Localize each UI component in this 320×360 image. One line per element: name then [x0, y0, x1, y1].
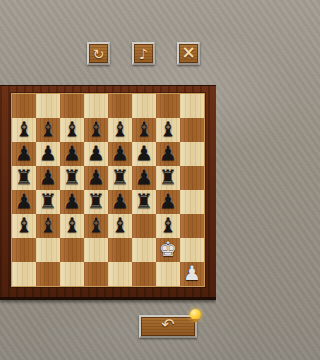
square-b3[interactable]: ♝	[36, 214, 60, 238]
square-c1[interactable]	[60, 262, 84, 286]
black-pawn[interactable]: ♟	[84, 165, 108, 189]
black-pawn[interactable]: ♟	[60, 141, 84, 165]
black-bishop[interactable]: ♝	[84, 117, 108, 141]
square-g1[interactable]	[156, 262, 180, 286]
black-pawn[interactable]: ♟	[60, 189, 84, 213]
close-button[interactable]: ×	[177, 42, 200, 65]
square-d2[interactable]	[84, 238, 108, 262]
square-f2[interactable]	[132, 238, 156, 262]
black-rook[interactable]: ♜	[84, 189, 108, 213]
square-h7[interactable]	[180, 118, 204, 142]
square-a8[interactable]	[12, 94, 36, 118]
black-pawn[interactable]: ♟	[36, 141, 60, 165]
square-d3[interactable]: ♝	[84, 214, 108, 238]
black-rook[interactable]: ♜	[132, 189, 156, 213]
black-pawn[interactable]: ♟	[12, 141, 36, 165]
black-pawn[interactable]: ♟	[108, 189, 132, 213]
square-c7[interactable]: ♝	[60, 118, 84, 142]
square-e4[interactable]: ♟	[108, 190, 132, 214]
undo-button[interactable]: ↶	[139, 315, 197, 338]
square-c3[interactable]: ♝	[60, 214, 84, 238]
black-bishop[interactable]: ♝	[36, 213, 60, 237]
square-e3[interactable]: ♝	[108, 214, 132, 238]
square-a7[interactable]: ♝	[12, 118, 36, 142]
square-h6[interactable]	[180, 142, 204, 166]
square-f7[interactable]: ♝	[132, 118, 156, 142]
black-pawn[interactable]: ♟	[12, 189, 36, 213]
black-bishop[interactable]: ♝	[12, 213, 36, 237]
square-d8[interactable]	[84, 94, 108, 118]
black-bishop[interactable]: ♝	[108, 117, 132, 141]
black-pawn[interactable]: ♟	[132, 141, 156, 165]
black-bishop[interactable]: ♝	[156, 117, 180, 141]
square-g7[interactable]: ♝	[156, 118, 180, 142]
black-pawn[interactable]: ♟	[156, 141, 180, 165]
black-bishop[interactable]: ♝	[132, 117, 156, 141]
undo-arrow-icon: ↶	[161, 317, 174, 333]
black-bishop[interactable]: ♝	[156, 213, 180, 237]
black-pawn[interactable]: ♟	[156, 189, 180, 213]
black-rook[interactable]: ♜	[36, 189, 60, 213]
square-g2[interactable]: ♚	[156, 238, 180, 262]
square-c8[interactable]	[60, 94, 84, 118]
square-c6[interactable]: ♟	[60, 142, 84, 166]
square-e1[interactable]	[108, 262, 132, 286]
music-note-icon: ♪	[139, 47, 148, 61]
black-pawn[interactable]: ♟	[84, 141, 108, 165]
black-bishop[interactable]: ♝	[12, 117, 36, 141]
square-g4[interactable]: ♟	[156, 190, 180, 214]
square-g8[interactable]	[156, 94, 180, 118]
square-g3[interactable]: ♝	[156, 214, 180, 238]
square-d4[interactable]: ♜	[84, 190, 108, 214]
square-e2[interactable]	[108, 238, 132, 262]
restart-icon: ↻	[93, 47, 105, 61]
black-rook[interactable]: ♜	[108, 165, 132, 189]
black-bishop[interactable]: ♝	[84, 213, 108, 237]
square-h5[interactable]	[180, 166, 204, 190]
square-a2[interactable]	[12, 238, 36, 262]
square-b8[interactable]	[36, 94, 60, 118]
black-pawn[interactable]: ♟	[36, 165, 60, 189]
square-e8[interactable]	[108, 94, 132, 118]
square-g6[interactable]: ♟	[156, 142, 180, 166]
music-toggle-button[interactable]: ♪	[132, 42, 155, 65]
square-b2[interactable]	[36, 238, 60, 262]
square-a4[interactable]: ♟	[12, 190, 36, 214]
hint-bulb-icon[interactable]	[190, 309, 201, 320]
close-icon: ×	[181, 44, 195, 61]
square-f3[interactable]	[132, 214, 156, 238]
black-pawn[interactable]: ♟	[132, 165, 156, 189]
square-e5[interactable]: ♜	[108, 166, 132, 190]
square-b6[interactable]: ♟	[36, 142, 60, 166]
restart-button[interactable]: ↻	[87, 42, 110, 65]
square-f5[interactable]: ♟	[132, 166, 156, 190]
black-pawn[interactable]: ♟	[108, 141, 132, 165]
square-e7[interactable]: ♝	[108, 118, 132, 142]
black-rook[interactable]: ♜	[156, 165, 180, 189]
black-bishop[interactable]: ♝	[60, 213, 84, 237]
white-king[interactable]: ♚	[156, 237, 180, 261]
square-g5[interactable]: ♜	[156, 166, 180, 190]
square-d5[interactable]: ♟	[84, 166, 108, 190]
square-b7[interactable]: ♝	[36, 118, 60, 142]
square-h1[interactable]: ♟	[180, 262, 204, 286]
square-f1[interactable]	[132, 262, 156, 286]
square-h8[interactable]	[180, 94, 204, 118]
app-background: { "game": "chess", "position": { "fen": …	[0, 0, 216, 360]
chess-board: ♝♝♝♝♝♝♝♟♟♟♟♟♟♟♜♟♜♟♜♟♜♟♜♟♜♟♜♟♝♝♝♝♝♝♚♟	[12, 94, 204, 286]
black-rook[interactable]: ♜	[60, 165, 84, 189]
square-f6[interactable]: ♟	[132, 142, 156, 166]
square-a1[interactable]	[12, 262, 36, 286]
black-bishop[interactable]: ♝	[108, 213, 132, 237]
black-bishop[interactable]: ♝	[36, 117, 60, 141]
square-b1[interactable]	[36, 262, 60, 286]
square-d7[interactable]: ♝	[84, 118, 108, 142]
black-rook[interactable]: ♜	[12, 165, 36, 189]
square-e6[interactable]: ♟	[108, 142, 132, 166]
square-c4[interactable]: ♟	[60, 190, 84, 214]
board-frame: ♝♝♝♝♝♝♝♟♟♟♟♟♟♟♜♟♜♟♜♟♜♟♜♟♜♟♜♟♝♝♝♝♝♝♚♟	[0, 85, 216, 300]
square-h4[interactable]	[180, 190, 204, 214]
square-a3[interactable]: ♝	[12, 214, 36, 238]
square-f8[interactable]	[132, 94, 156, 118]
white-pawn[interactable]: ♟	[180, 261, 204, 285]
square-c2[interactable]	[60, 238, 84, 262]
square-b4[interactable]: ♜	[36, 190, 60, 214]
square-d1[interactable]	[84, 262, 108, 286]
square-a6[interactable]: ♟	[12, 142, 36, 166]
black-bishop[interactable]: ♝	[60, 117, 84, 141]
square-a5[interactable]: ♜	[12, 166, 36, 190]
square-d6[interactable]: ♟	[84, 142, 108, 166]
square-f4[interactable]: ♜	[132, 190, 156, 214]
square-h2[interactable]	[180, 238, 204, 262]
square-h3[interactable]	[180, 214, 204, 238]
square-b5[interactable]: ♟	[36, 166, 60, 190]
square-c5[interactable]: ♜	[60, 166, 84, 190]
